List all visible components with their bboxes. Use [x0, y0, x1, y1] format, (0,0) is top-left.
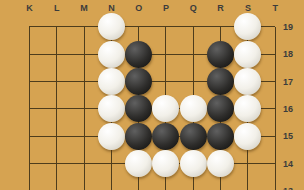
column-label-P: P [163, 3, 169, 14]
column-label-L: L [54, 3, 60, 14]
intersection-N17[interactable] [98, 68, 125, 95]
intersection-S18[interactable] [234, 41, 261, 68]
intersection-L17[interactable] [43, 68, 70, 95]
intersection-M17[interactable] [70, 68, 97, 95]
white-stone-N19 [98, 13, 125, 40]
intersection-K18[interactable] [16, 41, 43, 68]
intersection-M14[interactable] [70, 150, 97, 177]
intersection-O13[interactable] [125, 177, 152, 190]
intersection-R18[interactable] [207, 41, 234, 68]
intersection-L18[interactable] [43, 41, 70, 68]
intersection-Q18[interactable] [180, 41, 207, 68]
black-stone-P15 [152, 123, 179, 150]
black-stone-R17 [207, 68, 234, 95]
intersection-S15[interactable] [234, 123, 261, 150]
intersection-P19[interactable] [152, 13, 179, 40]
column-label-O: O [135, 3, 142, 14]
row-label-17: 17 [283, 77, 293, 87]
intersection-N14[interactable] [98, 150, 125, 177]
intersection-P17[interactable] [152, 68, 179, 95]
intersection-L16[interactable] [43, 95, 70, 122]
black-stone-R18 [207, 41, 234, 68]
intersection-S14[interactable] [234, 150, 261, 177]
intersection-S16[interactable] [234, 95, 261, 122]
intersection-M13[interactable] [70, 177, 97, 190]
board-grid [16, 13, 289, 190]
black-stone-O17 [125, 68, 152, 95]
intersection-N16[interactable] [98, 95, 125, 122]
column-label-S: S [245, 3, 251, 14]
intersection-R16[interactable] [207, 95, 234, 122]
column-label-M: M [80, 3, 88, 14]
intersection-L19[interactable] [43, 13, 70, 40]
white-stone-Q14 [180, 150, 207, 177]
intersection-N15[interactable] [98, 123, 125, 150]
column-label-Q: Q [190, 3, 197, 14]
intersection-S19[interactable] [234, 13, 261, 40]
intersection-P18[interactable] [152, 41, 179, 68]
intersection-O19[interactable] [125, 13, 152, 40]
white-stone-O14 [125, 150, 152, 177]
intersection-M15[interactable] [70, 123, 97, 150]
intersection-Q19[interactable] [180, 13, 207, 40]
intersection-M16[interactable] [70, 95, 97, 122]
intersection-K19[interactable] [16, 13, 43, 40]
intersection-K14[interactable] [16, 150, 43, 177]
intersection-Q14[interactable] [180, 150, 207, 177]
intersection-K15[interactable] [16, 123, 43, 150]
intersection-L13[interactable] [43, 177, 70, 190]
intersection-O18[interactable] [125, 41, 152, 68]
white-stone-P14 [152, 150, 179, 177]
intersection-N13[interactable] [98, 177, 125, 190]
intersection-N19[interactable] [98, 13, 125, 40]
intersection-R14[interactable] [207, 150, 234, 177]
go-board: KLMNOPQRST 19181716151413 [0, 0, 304, 190]
white-stone-S16 [234, 95, 261, 122]
white-stone-S18 [234, 41, 261, 68]
white-stone-R14 [207, 150, 234, 177]
intersection-S17[interactable] [234, 68, 261, 95]
intersection-L14[interactable] [43, 150, 70, 177]
white-stone-N17 [98, 68, 125, 95]
black-stone-Q15 [180, 123, 207, 150]
white-stone-S15 [234, 123, 261, 150]
black-stone-O15 [125, 123, 152, 150]
row-label-15: 15 [283, 131, 293, 141]
intersection-R17[interactable] [207, 68, 234, 95]
intersection-R15[interactable] [207, 123, 234, 150]
white-stone-P16 [152, 95, 179, 122]
white-stone-Q16 [180, 95, 207, 122]
intersection-L15[interactable] [43, 123, 70, 150]
black-stone-O18 [125, 41, 152, 68]
white-stone-N18 [98, 41, 125, 68]
intersection-K16[interactable] [16, 95, 43, 122]
white-stone-S17 [234, 68, 261, 95]
intersection-P15[interactable] [152, 123, 179, 150]
intersection-S13[interactable] [234, 177, 261, 190]
intersection-Q15[interactable] [180, 123, 207, 150]
row-label-16: 16 [283, 104, 293, 114]
row-label-19: 19 [283, 22, 293, 32]
intersection-O17[interactable] [125, 68, 152, 95]
intersection-M18[interactable] [70, 41, 97, 68]
column-label-T: T [272, 3, 278, 14]
black-stone-R16 [207, 95, 234, 122]
intersection-M19[interactable] [70, 13, 97, 40]
white-stone-N16 [98, 95, 125, 122]
column-label-N: N [108, 3, 115, 14]
intersection-K13[interactable] [16, 177, 43, 190]
row-label-18: 18 [283, 49, 293, 59]
intersection-Q13[interactable] [180, 177, 207, 190]
row-label-14: 14 [283, 159, 293, 169]
intersection-R13[interactable] [207, 177, 234, 190]
intersection-O14[interactable] [125, 150, 152, 177]
white-stone-S19 [234, 13, 261, 40]
black-stone-R15 [207, 123, 234, 150]
intersection-Q16[interactable] [180, 95, 207, 122]
intersection-Q17[interactable] [180, 68, 207, 95]
intersection-O16[interactable] [125, 95, 152, 122]
intersection-K17[interactable] [16, 68, 43, 95]
column-label-K: K [26, 3, 33, 14]
intersection-P13[interactable] [152, 177, 179, 190]
black-stone-O16 [125, 95, 152, 122]
intersection-P14[interactable] [152, 150, 179, 177]
column-label-R: R [217, 3, 224, 14]
intersection-P16[interactable] [152, 95, 179, 122]
white-stone-N15 [98, 123, 125, 150]
row-label-13: 13 [283, 186, 293, 190]
intersection-R19[interactable] [207, 13, 234, 40]
intersection-O15[interactable] [125, 123, 152, 150]
intersection-N18[interactable] [98, 41, 125, 68]
